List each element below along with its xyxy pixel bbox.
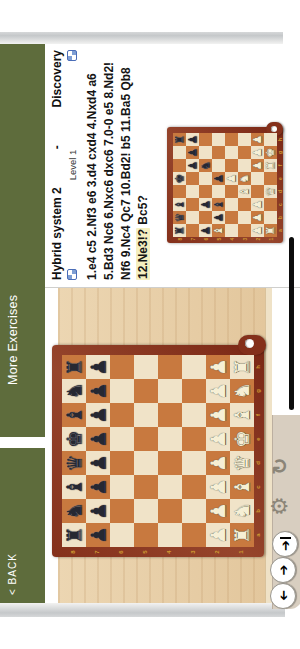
square-d2[interactable]: ♟ <box>206 451 230 475</box>
square-c5[interactable] <box>134 475 158 499</box>
white-pawn: ♟ <box>206 478 230 496</box>
black-queen: ♛ <box>62 454 86 472</box>
square-h8: ♜ <box>173 133 186 146</box>
square-h1 <box>264 133 277 146</box>
file-label: g <box>277 150 283 156</box>
square-b5: ♟ <box>212 211 225 224</box>
square-f7: ♟ <box>186 159 199 172</box>
square-g1: ♚ <box>264 146 277 159</box>
square-c6[interactable] <box>110 475 134 499</box>
file-label: d <box>255 459 261 467</box>
square-f4 <box>225 159 238 172</box>
file-label: a <box>255 531 261 539</box>
move-line[interactable]: 12.Ne3!? Bc5? <box>135 50 152 280</box>
square-a3[interactable] <box>182 523 206 547</box>
square-e3[interactable] <box>182 427 206 451</box>
square-e4: ♟ <box>225 172 238 185</box>
square-g4[interactable] <box>158 379 182 403</box>
square-b6[interactable] <box>110 499 134 523</box>
white-rook: ♜ <box>264 161 277 171</box>
square-d1: ♛ <box>264 185 277 198</box>
wheel-icon[interactable]: ⚙ <box>269 496 291 516</box>
page-edge-shadow-right <box>0 32 283 44</box>
square-h6 <box>199 133 212 146</box>
square-f4[interactable] <box>158 403 182 427</box>
square-g5[interactable] <box>134 379 158 403</box>
rotate-arrow-icon[interactable]: ↻ <box>270 457 291 475</box>
white-rook: ♜ <box>230 358 254 376</box>
exercise-name: Hybrid system 2 <box>50 187 64 280</box>
file-label: f <box>255 411 261 419</box>
square-g3 <box>238 146 251 159</box>
square-b3[interactable] <box>182 499 206 523</box>
black-king: ♚ <box>62 430 86 448</box>
square-b2[interactable]: ♟ <box>206 499 230 523</box>
square-b7 <box>186 211 199 224</box>
square-a4[interactable] <box>158 523 182 547</box>
rank-label: 1 <box>268 236 274 242</box>
square-d8 <box>173 185 186 198</box>
page-edge-shadow-left <box>0 603 285 617</box>
black-pawn: ♟ <box>86 478 110 496</box>
home-indicator <box>289 237 294 410</box>
square-d1[interactable]: ♛ <box>230 451 254 475</box>
skip-to-end-icon: ➔ <box>279 540 292 551</box>
white-knight: ♞ <box>238 174 251 184</box>
white-pawn: ♟ <box>251 200 264 210</box>
square-h2[interactable]: ♟ <box>206 355 230 379</box>
square-e3: ♞ <box>238 172 251 185</box>
square-h4 <box>225 133 238 146</box>
black-knight: ♞ <box>199 161 212 171</box>
white-pawn: ♟ <box>206 430 230 448</box>
wooden-panel-edge <box>265 286 272 603</box>
square-b1 <box>264 211 277 224</box>
step-back-icon: ➔ <box>277 591 290 602</box>
file-label: d <box>277 189 283 195</box>
square-f8 <box>173 159 186 172</box>
white-pawn: ♟ <box>251 161 264 171</box>
square-e6 <box>199 172 212 185</box>
file-label: h <box>255 363 261 371</box>
rank-label: 5 <box>142 548 148 556</box>
white-knight: ♞ <box>230 382 254 400</box>
black-king: ♚ <box>173 174 186 184</box>
square-g6 <box>199 146 212 159</box>
square-f3[interactable] <box>182 403 206 427</box>
square-g7[interactable]: ♟ <box>86 379 110 403</box>
square-b2: ♟ <box>251 211 264 224</box>
square-f3 <box>238 159 251 172</box>
white-to-move-dot-mini <box>271 126 277 132</box>
back-button[interactable]: < BACK <box>0 448 45 603</box>
move-line[interactable]: 5.Bd3 Nc6 6.Nxc6 dxc6 7.0-0 e5 8.Nd2! <box>101 50 118 280</box>
white-pawn: ♟ <box>206 382 230 400</box>
white-pawn: ♟ <box>206 358 230 376</box>
square-d2 <box>251 185 264 198</box>
file-label: g <box>255 387 261 395</box>
square-e1 <box>264 172 277 185</box>
file-label: e <box>255 435 261 443</box>
square-a6[interactable] <box>110 523 134 547</box>
back-button-label: < BACK <box>0 553 18 603</box>
white-pawn: ♟ <box>251 135 264 145</box>
rank-label: 2 <box>214 548 220 556</box>
square-c4 <box>225 198 238 211</box>
square-h2: ♟ <box>251 133 264 146</box>
moves-text[interactable]: Nf6 9.Nc4 Qc7 10.Bd2! b5 11.Ba5 Qb8 <box>119 67 133 280</box>
file-label: c <box>255 483 261 491</box>
square-e2[interactable]: ♟ <box>206 427 230 451</box>
square-d6 <box>199 185 212 198</box>
black-bishop: ♝ <box>212 200 225 210</box>
white-bishop: ♝ <box>212 226 225 236</box>
black-pawn: ♟ <box>212 213 225 223</box>
square-c7[interactable]: ♟ <box>86 475 110 499</box>
square-e6[interactable] <box>110 427 134 451</box>
rank-label: 4 <box>229 236 235 242</box>
level-label: Level 1 <box>67 61 78 269</box>
file-label: e <box>277 176 283 182</box>
square-g4 <box>225 146 238 159</box>
square-d7[interactable]: ♟ <box>86 451 110 475</box>
square-d3[interactable] <box>182 451 206 475</box>
white-bishop: ♝ <box>238 187 251 197</box>
blue-board-icon-right[interactable] <box>67 50 77 61</box>
square-f5[interactable] <box>134 403 158 427</box>
square-b6 <box>199 211 212 224</box>
black-pawn: ♟ <box>86 526 110 544</box>
white-rook: ♜ <box>264 226 277 236</box>
rank-label: 8 <box>177 236 183 242</box>
white-queen: ♛ <box>230 454 254 472</box>
moves-text[interactable]: 1.e4 c5 2.Nf3 e6 3.d4 cxd4 4.Nxd4 a6 <box>85 73 99 280</box>
rank-label: 1 <box>238 548 244 556</box>
preview-diagram-board[interactable]: ♜♛♝♚♜♟♟♟♟♟♞♝♟♝♟♟♝♞♟♟♟♟♟♟♜♛♜♚ 87654321abc… <box>167 127 283 243</box>
square-g8 <box>173 146 186 159</box>
black-pawn: ♟ <box>86 358 110 376</box>
file-label: a <box>277 228 283 234</box>
square-g3[interactable] <box>182 379 206 403</box>
rank-label: 5 <box>216 236 222 242</box>
exercise-theme: Discovery <box>50 50 64 107</box>
black-pawn: ♟ <box>86 454 110 472</box>
rank-label: 8 <box>70 548 76 556</box>
square-g2: ♟ <box>251 146 264 159</box>
square-e1[interactable]: ♚ <box>230 427 254 451</box>
black-bishop: ♝ <box>62 478 86 496</box>
step-back-button[interactable]: ➔ <box>270 583 296 609</box>
square-h7: ♟ <box>186 133 199 146</box>
moves-text[interactable]: Bc5? <box>136 195 150 228</box>
square-a7[interactable]: ♟ <box>86 523 110 547</box>
square-e5: ♟ <box>212 172 225 185</box>
square-d3: ♝ <box>238 185 251 198</box>
move-list[interactable]: 1.e4 c5 2.Nf3 e6 3.d4 cxd4 4.Nxd4 a65.Bd… <box>84 50 152 280</box>
square-e8[interactable]: ♚ <box>62 427 86 451</box>
white-pawn: ♟ <box>206 454 230 472</box>
square-c2[interactable]: ♟ <box>206 475 230 499</box>
rank-label: 3 <box>190 548 196 556</box>
rank-label: 3 <box>242 236 248 242</box>
black-knight: ♞ <box>62 502 86 520</box>
square-b5[interactable] <box>134 499 158 523</box>
square-f1[interactable]: ♝ <box>230 403 254 427</box>
black-knight: ♞ <box>62 382 86 400</box>
black-pawn: ♟ <box>86 502 110 520</box>
black-pawn: ♟ <box>186 161 199 171</box>
black-pawn: ♟ <box>86 430 110 448</box>
landscape-app-canvas: < BACK More Exercises ♜♞♝♛♚♝♞♜♟♟♟♟♟♟♟♟♟♟… <box>0 0 300 649</box>
white-pawn: ♟ <box>251 148 264 158</box>
square-b7[interactable]: ♟ <box>86 499 110 523</box>
square-c7 <box>186 198 199 211</box>
square-f5 <box>212 159 225 172</box>
square-d5 <box>212 185 225 198</box>
square-a5[interactable] <box>134 523 158 547</box>
square-b8: ♛ <box>173 211 186 224</box>
square-h3[interactable] <box>182 355 206 379</box>
square-d6[interactable] <box>110 451 134 475</box>
square-c4[interactable] <box>158 475 182 499</box>
square-a8[interactable]: ♜ <box>62 523 86 547</box>
square-b4 <box>225 211 238 224</box>
square-d5[interactable] <box>134 451 158 475</box>
black-pawn: ♟ <box>199 200 212 210</box>
black-pawn: ♟ <box>186 148 199 158</box>
square-c2: ♟ <box>251 198 264 211</box>
rank-label: 2 <box>255 236 261 242</box>
white-king: ♚ <box>230 430 254 448</box>
skip-to-end-button[interactable]: ➔ <box>272 531 298 557</box>
square-c5: ♝ <box>212 198 225 211</box>
square-d8[interactable]: ♛ <box>62 451 86 475</box>
file-label: b <box>277 215 283 221</box>
square-c1[interactable]: ♝ <box>230 475 254 499</box>
square-f6[interactable] <box>110 403 134 427</box>
black-rook: ♜ <box>62 526 86 544</box>
current-move[interactable]: 12.Ne3!? <box>136 228 150 280</box>
black-rook: ♜ <box>173 135 186 145</box>
white-bishop: ♝ <box>230 478 254 496</box>
black-pawn: ♟ <box>86 406 110 424</box>
square-a1[interactable]: ♜ <box>230 523 254 547</box>
square-e7[interactable]: ♟ <box>86 427 110 451</box>
white-pawn: ♟ <box>251 226 264 236</box>
square-f8[interactable]: ♝ <box>62 403 86 427</box>
square-e4[interactable] <box>158 427 182 451</box>
square-h4[interactable] <box>158 355 182 379</box>
page-title: More Exercises <box>0 295 20 437</box>
file-label: c <box>277 202 283 208</box>
square-e7 <box>186 172 199 185</box>
square-d4 <box>225 185 238 198</box>
white-pawn: ♟ <box>225 174 238 184</box>
square-c1 <box>264 198 277 211</box>
square-e2 <box>251 172 264 185</box>
white-rook: ♜ <box>230 526 254 544</box>
square-b8[interactable]: ♞ <box>62 499 86 523</box>
app-window: < BACK More Exercises ♜♞♝♛♚♝♞♜♟♟♟♟♟♟♟♟♟♟… <box>0 44 300 603</box>
rank-label: 6 <box>118 548 124 556</box>
square-f2[interactable]: ♟ <box>206 403 230 427</box>
square-e5[interactable] <box>134 427 158 451</box>
square-g7: ♟ <box>186 146 199 159</box>
square-g1[interactable]: ♞ <box>230 379 254 403</box>
step-forward-icon: ➔ <box>277 565 290 576</box>
square-b1[interactable]: ♞ <box>230 499 254 523</box>
square-h5 <box>212 133 225 146</box>
black-rook: ♜ <box>62 358 86 376</box>
white-pawn: ♟ <box>206 526 230 544</box>
square-g5 <box>212 146 225 159</box>
square-d4[interactable] <box>158 451 182 475</box>
move-line[interactable]: Nf6 9.Nc4 Qc7 10.Bd2! b5 11.Ba5 Qb8 <box>118 50 135 280</box>
main-chess-board[interactable]: ♜♞♝♛♚♝♞♜♟♟♟♟♟♟♟♟♟♟♟♟♟♟♟♟♜♞♝♛♚♝♞♜ 8765432… <box>52 345 264 557</box>
rank-label: 6 <box>203 236 209 242</box>
black-pawn: ♟ <box>86 382 110 400</box>
square-g6[interactable] <box>110 379 134 403</box>
square-h1[interactable]: ♜ <box>230 355 254 379</box>
square-c3[interactable] <box>182 475 206 499</box>
square-h5[interactable] <box>134 355 158 379</box>
header-separator: - <box>50 107 64 187</box>
square-f2: ♟ <box>251 159 264 172</box>
exercise-header: Hybrid system 2 - Discovery <box>50 50 64 280</box>
rank-label: 7 <box>190 236 196 242</box>
file-label: f <box>277 163 283 169</box>
square-c3 <box>238 198 251 211</box>
white-pawn: ♟ <box>251 213 264 223</box>
white-king: ♚ <box>264 148 277 158</box>
black-bishop: ♝ <box>173 200 186 210</box>
white-pawn: ♟ <box>206 406 230 424</box>
moves-text[interactable]: 5.Bd3 Nc6 6.Nxc6 dxc6 7.0-0 e5 8.Nd2! <box>102 62 116 280</box>
black-pawn: ♟ <box>186 135 199 145</box>
black-pawn: ♟ <box>199 226 212 236</box>
file-label: h <box>277 137 283 143</box>
file-label: b <box>255 507 261 515</box>
square-a2[interactable]: ♟ <box>206 523 230 547</box>
square-h8[interactable]: ♜ <box>62 355 86 379</box>
black-queen: ♛ <box>173 213 186 223</box>
screenshot-frame: < BACK More Exercises ♜♞♝♛♚♝♞♜♟♟♟♟♟♟♟♟♟♟… <box>0 0 300 649</box>
white-knight: ♞ <box>230 502 254 520</box>
square-h7[interactable]: ♟ <box>86 355 110 379</box>
square-g8[interactable]: ♞ <box>62 379 86 403</box>
exercise-subheader: Level 1 <box>66 50 78 280</box>
square-g2[interactable]: ♟ <box>206 379 230 403</box>
square-c8[interactable]: ♝ <box>62 475 86 499</box>
rank-label: 7 <box>94 548 100 556</box>
square-b4[interactable] <box>158 499 182 523</box>
white-bishop: ♝ <box>230 406 254 424</box>
main-board-grid: ♜♞♝♛♚♝♞♜♟♟♟♟♟♟♟♟♟♟♟♟♟♟♟♟♜♞♝♛♚♝♞♜ <box>62 355 254 547</box>
square-f6: ♞ <box>199 159 212 172</box>
square-h3 <box>238 133 251 146</box>
square-e8: ♚ <box>173 172 186 185</box>
square-f7[interactable]: ♟ <box>86 403 110 427</box>
square-h6[interactable] <box>110 355 134 379</box>
square-d7 <box>186 185 199 198</box>
square-f1: ♜ <box>264 159 277 172</box>
blue-board-icon-left[interactable] <box>67 269 77 280</box>
white-to-move-dot <box>245 339 254 348</box>
rank-label: 4 <box>166 548 172 556</box>
move-line[interactable]: 1.e4 c5 2.Nf3 e6 3.d4 cxd4 4.Nxd4 a6 <box>84 50 101 280</box>
square-c8: ♝ <box>173 198 186 211</box>
black-pawn: ♟ <box>212 174 225 184</box>
white-pawn: ♟ <box>206 502 230 520</box>
black-rook: ♜ <box>173 226 186 236</box>
step-forward-button[interactable]: ➔ <box>270 557 296 583</box>
square-c6: ♟ <box>199 198 212 211</box>
square-b3 <box>238 211 251 224</box>
black-bishop: ♝ <box>62 406 86 424</box>
white-queen: ♛ <box>264 187 277 197</box>
preview-board-grid: ♜♛♝♚♜♟♟♟♟♟♞♝♟♝♟♟♝♞♟♟♟♟♟♟♜♛♜♚ <box>173 133 277 237</box>
nav-title-bar: More Exercises <box>0 44 45 437</box>
